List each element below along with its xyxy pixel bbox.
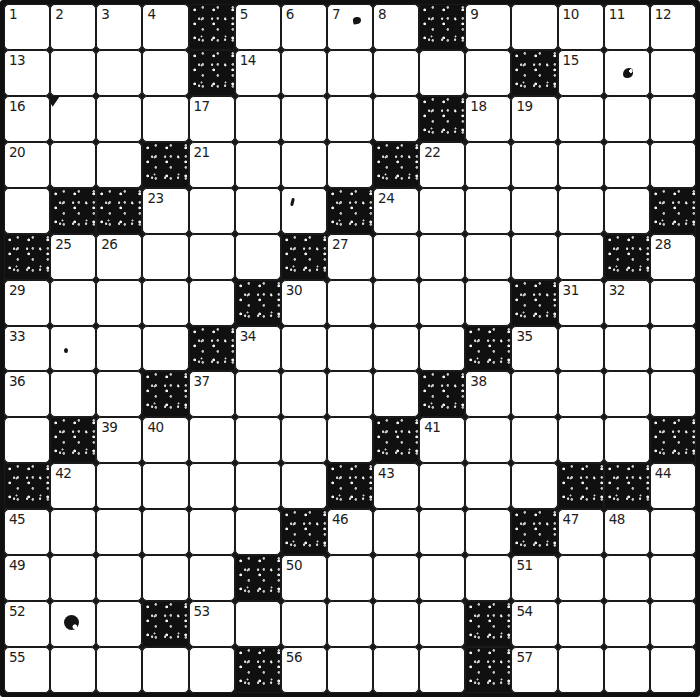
white-cell-r9c2[interactable]: [50, 371, 96, 417]
clue-number-10: 10: [563, 7, 579, 21]
white-cell-r5c11[interactable]: [465, 188, 511, 234]
white-cell-r10c3[interactable]: 39: [96, 417, 142, 463]
white-cell-r6c9[interactable]: [373, 234, 419, 280]
white-cell-r1c7[interactable]: 6: [281, 4, 327, 50]
ink-triangle-artifact: [50, 96, 60, 107]
white-cell-r4c3[interactable]: [96, 142, 142, 188]
white-cell-r6c6[interactable]: [235, 234, 281, 280]
white-cell-r8c3[interactable]: [96, 326, 142, 372]
white-cell-r2c8[interactable]: [327, 50, 373, 96]
clue-number-38: 38: [470, 374, 486, 388]
white-cell-r7c13[interactable]: 31: [558, 280, 604, 326]
white-cell-r1c3[interactable]: 3: [96, 4, 142, 50]
white-cell-r13c7[interactable]: 50: [281, 555, 327, 601]
white-cell-r15c1[interactable]: 55: [4, 647, 50, 693]
white-cell-r9c7[interactable]: [281, 371, 327, 417]
clue-number-7: 7: [332, 7, 340, 21]
white-cell-r2c13[interactable]: 15: [558, 50, 604, 96]
black-cell-r5c8: [327, 188, 373, 234]
white-cell-r7c15[interactable]: [650, 280, 696, 326]
white-cell-r4c1[interactable]: 20: [4, 142, 50, 188]
white-cell-r12c14[interactable]: 48: [604, 509, 650, 555]
white-cell-r5c9[interactable]: 24: [373, 188, 419, 234]
clue-number-45: 45: [9, 512, 25, 526]
white-cell-r13c2[interactable]: [50, 555, 96, 601]
white-cell-r10c4[interactable]: 40: [142, 417, 188, 463]
white-cell-r15c4[interactable]: [142, 647, 188, 693]
white-cell-r3c12[interactable]: 19: [511, 96, 557, 142]
clue-number-43: 43: [378, 466, 394, 480]
clue-number-50: 50: [286, 558, 302, 572]
clue-number-47: 47: [563, 512, 579, 526]
white-cell-r1c1[interactable]: 1: [4, 4, 50, 50]
black-cell-r7c6: [235, 280, 281, 326]
black-cell-r4c4: [142, 142, 188, 188]
black-cell-r6c7: [281, 234, 327, 280]
clue-number-39: 39: [101, 420, 117, 434]
white-cell-r13c11[interactable]: [465, 555, 511, 601]
white-cell-r8c9[interactable]: [373, 326, 419, 372]
white-cell-r3c9[interactable]: [373, 96, 419, 142]
white-cell-r7c8[interactable]: [327, 280, 373, 326]
white-cell-r4c5[interactable]: 21: [189, 142, 235, 188]
white-cell-r1c11[interactable]: 9: [465, 4, 511, 50]
white-cell-r6c5[interactable]: [189, 234, 235, 280]
white-cell-r7c5[interactable]: [189, 280, 235, 326]
white-cell-r13c8[interactable]: [327, 555, 373, 601]
white-cell-r1c9[interactable]: 8: [373, 4, 419, 50]
white-cell-r14c12[interactable]: 54: [511, 601, 557, 647]
black-cell-r9c4: [142, 371, 188, 417]
white-cell-r14c3[interactable]: [96, 601, 142, 647]
white-cell-r11c5[interactable]: [189, 463, 235, 509]
clue-number-32: 32: [609, 283, 625, 297]
white-cell-r1c6[interactable]: 5: [235, 4, 281, 50]
white-cell-r12c5[interactable]: [189, 509, 235, 555]
white-cell-r1c4[interactable]: 4: [142, 4, 188, 50]
white-cell-r7c7[interactable]: 30: [281, 280, 327, 326]
clue-number-15: 15: [563, 53, 579, 67]
white-cell-r5c4[interactable]: 23: [142, 188, 188, 234]
white-cell-r2c6[interactable]: 14: [235, 50, 281, 96]
white-cell-r15c13[interactable]: [558, 647, 604, 693]
white-cell-r6c12[interactable]: [511, 234, 557, 280]
white-cell-r13c13[interactable]: [558, 555, 604, 601]
white-cell-r6c11[interactable]: [465, 234, 511, 280]
clue-number-42: 42: [55, 466, 71, 480]
clue-number-14: 14: [240, 53, 256, 67]
white-cell-r12c6[interactable]: [235, 509, 281, 555]
white-cell-r7c1[interactable]: 29: [4, 280, 50, 326]
ink-tick-artifact: [290, 197, 295, 205]
black-cell-r10c15: [650, 417, 696, 463]
clue-number-34: 34: [240, 329, 256, 343]
clue-number-22: 22: [424, 145, 440, 159]
white-cell-r4c8[interactable]: [327, 142, 373, 188]
white-cell-r13c4[interactable]: [142, 555, 188, 601]
clue-number-9: 9: [470, 7, 478, 21]
white-cell-r12c4[interactable]: [142, 509, 188, 555]
white-cell-r7c4[interactable]: [142, 280, 188, 326]
clue-number-12: 12: [655, 7, 671, 21]
ink-heart-artifact: [352, 16, 361, 24]
clue-number-35: 35: [516, 329, 532, 343]
white-cell-r15c8[interactable]: [327, 647, 373, 693]
white-cell-r3c5[interactable]: 17: [189, 96, 235, 142]
black-cell-r10c9: [373, 417, 419, 463]
black-cell-r15c6: [235, 647, 281, 693]
white-cell-r9c15[interactable]: [650, 371, 696, 417]
white-cell-r10c8[interactable]: [327, 417, 373, 463]
clue-number-33: 33: [9, 329, 25, 343]
white-cell-r9c8[interactable]: [327, 371, 373, 417]
white-cell-r10c14[interactable]: [604, 417, 650, 463]
clue-number-13: 13: [9, 53, 25, 67]
white-cell-r12c11[interactable]: [465, 509, 511, 555]
white-cell-r14c6[interactable]: [235, 601, 281, 647]
white-cell-r12c9[interactable]: [373, 509, 419, 555]
white-cell-r8c10[interactable]: [419, 326, 465, 372]
white-cell-r2c4[interactable]: [142, 50, 188, 96]
black-cell-r8c11: [465, 326, 511, 372]
white-cell-r9c14[interactable]: [604, 371, 650, 417]
white-cell-r9c11[interactable]: 38: [465, 371, 511, 417]
white-cell-r9c12[interactable]: [511, 371, 557, 417]
black-cell-r3c10: [419, 96, 465, 142]
clue-number-27: 27: [332, 237, 348, 251]
white-cell-r6c10[interactable]: [419, 234, 465, 280]
black-cell-r11c14: [604, 463, 650, 509]
black-cell-r11c1: [4, 463, 50, 509]
white-cell-r4c13[interactable]: [558, 142, 604, 188]
black-cell-r11c8: [327, 463, 373, 509]
clue-number-18: 18: [470, 99, 486, 113]
white-cell-r14c1[interactable]: 52: [4, 601, 50, 647]
white-cell-r11c2[interactable]: 42: [50, 463, 96, 509]
white-cell-r12c15[interactable]: [650, 509, 696, 555]
white-cell-r6c8[interactable]: 27: [327, 234, 373, 280]
white-cell-r2c7[interactable]: [281, 50, 327, 96]
white-cell-r1c8[interactable]: 7: [327, 4, 373, 50]
clue-number-55: 55: [9, 650, 25, 664]
white-cell-r12c10[interactable]: [419, 509, 465, 555]
white-cell-r12c1[interactable]: 45: [4, 509, 50, 555]
white-cell-r5c10[interactable]: [419, 188, 465, 234]
white-cell-r3c7[interactable]: [281, 96, 327, 142]
white-cell-r1c2[interactable]: 2: [50, 4, 96, 50]
clue-number-1: 1: [9, 7, 17, 21]
clue-number-48: 48: [609, 512, 625, 526]
white-cell-r14c14[interactable]: [604, 601, 650, 647]
white-cell-r11c11[interactable]: [465, 463, 511, 509]
ink-dot-large-artifact: [64, 615, 79, 630]
white-cell-r9c3[interactable]: [96, 371, 142, 417]
clue-number-16: 16: [9, 99, 25, 113]
white-cell-r10c12[interactable]: [511, 417, 557, 463]
black-cell-r9c10: [419, 371, 465, 417]
white-cell-r2c2[interactable]: [50, 50, 96, 96]
white-cell-r12c2[interactable]: [50, 509, 96, 555]
white-cell-r11c6[interactable]: [235, 463, 281, 509]
white-cell-r2c15[interactable]: [650, 50, 696, 96]
white-cell-r13c3[interactable]: [96, 555, 142, 601]
clue-number-23: 23: [147, 191, 163, 205]
white-cell-r8c4[interactable]: [142, 326, 188, 372]
white-cell-r9c1[interactable]: 36: [4, 371, 50, 417]
clue-number-28: 28: [655, 237, 671, 251]
clue-number-19: 19: [516, 99, 532, 113]
white-cell-r2c1[interactable]: 13: [4, 50, 50, 96]
white-cell-r5c7[interactable]: [281, 188, 327, 234]
black-cell-r10c2: [50, 417, 96, 463]
crossword-page: 1234567891011121314151617181920212223242…: [0, 0, 700, 697]
white-cell-r5c12[interactable]: [511, 188, 557, 234]
white-cell-r8c14[interactable]: [604, 326, 650, 372]
clue-number-17: 17: [194, 99, 210, 113]
white-cell-r15c2[interactable]: [50, 647, 96, 693]
white-cell-r8c2[interactable]: [50, 326, 96, 372]
clue-number-20: 20: [9, 145, 25, 159]
white-cell-r11c10[interactable]: [419, 463, 465, 509]
white-cell-r12c13[interactable]: 47: [558, 509, 604, 555]
clue-number-31: 31: [563, 283, 579, 297]
white-cell-r13c10[interactable]: [419, 555, 465, 601]
clue-number-21: 21: [194, 145, 210, 159]
clue-number-5: 5: [240, 7, 248, 21]
white-cell-r15c9[interactable]: [373, 647, 419, 693]
clue-number-29: 29: [9, 283, 25, 297]
white-cell-r10c1[interactable]: [4, 417, 50, 463]
white-cell-r11c15[interactable]: 44: [650, 463, 696, 509]
white-cell-r3c4[interactable]: [142, 96, 188, 142]
black-cell-r4c9: [373, 142, 419, 188]
white-cell-r13c5[interactable]: [189, 555, 235, 601]
white-cell-r15c12[interactable]: 57: [511, 647, 557, 693]
white-cell-r14c5[interactable]: 53: [189, 601, 235, 647]
black-cell-r13c6: [235, 555, 281, 601]
white-cell-r5c14[interactable]: [604, 188, 650, 234]
white-cell-r8c1[interactable]: 33: [4, 326, 50, 372]
white-cell-r7c2[interactable]: [50, 280, 96, 326]
black-cell-r2c12: [511, 50, 557, 96]
white-cell-r15c3[interactable]: [96, 647, 142, 693]
clue-number-40: 40: [147, 420, 163, 434]
black-cell-r12c7: [281, 509, 327, 555]
white-cell-r3c6[interactable]: [235, 96, 281, 142]
white-cell-r4c11[interactable]: [465, 142, 511, 188]
white-cell-r3c15[interactable]: [650, 96, 696, 142]
white-cell-r2c10[interactable]: [419, 50, 465, 96]
black-cell-r14c11: [465, 601, 511, 647]
white-cell-r4c12[interactable]: [511, 142, 557, 188]
white-cell-r8c7[interactable]: [281, 326, 327, 372]
white-cell-r9c5[interactable]: 37: [189, 371, 235, 417]
white-cell-r10c13[interactable]: [558, 417, 604, 463]
white-cell-r3c3[interactable]: [96, 96, 142, 142]
black-cell-r5c3: [96, 188, 142, 234]
white-cell-r14c9[interactable]: [373, 601, 419, 647]
white-cell-r2c3[interactable]: [96, 50, 142, 96]
white-cell-r8c12[interactable]: 35: [511, 326, 557, 372]
white-cell-r11c3[interactable]: [96, 463, 142, 509]
white-cell-r7c11[interactable]: [465, 280, 511, 326]
clue-number-24: 24: [378, 191, 394, 205]
white-cell-r4c10[interactable]: 22: [419, 142, 465, 188]
white-cell-r8c15[interactable]: [650, 326, 696, 372]
white-cell-r7c14[interactable]: 32: [604, 280, 650, 326]
white-cell-r4c2[interactable]: [50, 142, 96, 188]
white-cell-r4c7[interactable]: [281, 142, 327, 188]
white-cell-r12c8[interactable]: 46: [327, 509, 373, 555]
white-cell-r10c10[interactable]: 41: [419, 417, 465, 463]
black-cell-r15c11: [465, 647, 511, 693]
white-cell-r1c15[interactable]: 12: [650, 4, 696, 50]
clue-number-53: 53: [194, 604, 210, 618]
clue-number-4: 4: [147, 7, 155, 21]
white-cell-r7c9[interactable]: [373, 280, 419, 326]
white-cell-r2c14[interactable]: [604, 50, 650, 96]
white-cell-r8c13[interactable]: [558, 326, 604, 372]
white-cell-r11c12[interactable]: [511, 463, 557, 509]
white-cell-r11c7[interactable]: [281, 463, 327, 509]
white-cell-r2c9[interactable]: [373, 50, 419, 96]
clue-number-51: 51: [516, 558, 532, 572]
clue-number-37: 37: [194, 374, 210, 388]
white-cell-r4c6[interactable]: [235, 142, 281, 188]
clue-number-8: 8: [378, 7, 386, 21]
clue-number-3: 3: [101, 7, 109, 21]
clue-number-41: 41: [424, 420, 440, 434]
white-cell-r11c9[interactable]: 43: [373, 463, 419, 509]
clue-number-52: 52: [9, 604, 25, 618]
white-cell-r5c5[interactable]: [189, 188, 235, 234]
white-cell-r12c3[interactable]: [96, 509, 142, 555]
white-cell-r1c12[interactable]: [511, 4, 557, 50]
black-cell-r1c5: [189, 4, 235, 50]
white-cell-r5c13[interactable]: [558, 188, 604, 234]
black-cell-r5c15: [650, 188, 696, 234]
crossword-grid: 1234567891011121314151617181920212223242…: [0, 0, 700, 697]
white-cell-r6c15[interactable]: 28: [650, 234, 696, 280]
white-cell-r9c6[interactable]: [235, 371, 281, 417]
white-cell-r9c9[interactable]: [373, 371, 419, 417]
white-cell-r3c2[interactable]: [50, 96, 96, 142]
clue-number-57: 57: [516, 650, 532, 664]
white-cell-r11c4[interactable]: [142, 463, 188, 509]
white-cell-r5c6[interactable]: [235, 188, 281, 234]
black-cell-r5c2: [50, 188, 96, 234]
white-cell-r10c5[interactable]: [189, 417, 235, 463]
black-cell-r14c4: [142, 601, 188, 647]
white-cell-r14c15[interactable]: [650, 601, 696, 647]
black-cell-r12c12: [511, 509, 557, 555]
white-cell-r2c11[interactable]: [465, 50, 511, 96]
white-cell-r15c5[interactable]: [189, 647, 235, 693]
white-cell-r10c6[interactable]: [235, 417, 281, 463]
white-cell-r3c13[interactable]: [558, 96, 604, 142]
black-cell-r6c1: [4, 234, 50, 280]
white-cell-r13c9[interactable]: [373, 555, 419, 601]
black-cell-r1c10: [419, 4, 465, 50]
black-cell-r11c13: [558, 463, 604, 509]
white-cell-r3c14[interactable]: [604, 96, 650, 142]
white-cell-r13c12[interactable]: 51: [511, 555, 557, 601]
white-cell-r15c7[interactable]: 56: [281, 647, 327, 693]
white-cell-r15c14[interactable]: [604, 647, 650, 693]
white-cell-r8c8[interactable]: [327, 326, 373, 372]
white-cell-r14c7[interactable]: [281, 601, 327, 647]
white-cell-r6c4[interactable]: [142, 234, 188, 280]
clue-number-26: 26: [101, 237, 117, 251]
clue-number-56: 56: [286, 650, 302, 664]
white-cell-r13c1[interactable]: 49: [4, 555, 50, 601]
white-cell-r3c11[interactable]: 18: [465, 96, 511, 142]
clue-number-44: 44: [655, 466, 671, 480]
white-cell-r13c15[interactable]: [650, 555, 696, 601]
white-cell-r3c1[interactable]: 16: [4, 96, 50, 142]
white-cell-r14c13[interactable]: [558, 601, 604, 647]
white-cell-r15c10[interactable]: [419, 647, 465, 693]
white-cell-r4c15[interactable]: [650, 142, 696, 188]
white-cell-r6c3[interactable]: 26: [96, 234, 142, 280]
black-cell-r2c5: [189, 50, 235, 96]
white-cell-r14c8[interactable]: [327, 601, 373, 647]
white-cell-r8c6[interactable]: 34: [235, 326, 281, 372]
white-cell-r14c10[interactable]: [419, 601, 465, 647]
white-cell-r1c14[interactable]: 11: [604, 4, 650, 50]
white-cell-r10c11[interactable]: [465, 417, 511, 463]
black-cell-r7c12: [511, 280, 557, 326]
black-cell-r6c14: [604, 234, 650, 280]
white-cell-r3c8[interactable]: [327, 96, 373, 142]
white-cell-r4c14[interactable]: [604, 142, 650, 188]
clue-number-6: 6: [286, 7, 294, 21]
clue-number-46: 46: [332, 512, 348, 526]
white-cell-r14c2[interactable]: [50, 601, 96, 647]
clue-number-30: 30: [286, 283, 302, 297]
clue-number-49: 49: [9, 558, 25, 572]
clue-number-11: 11: [609, 7, 625, 21]
white-cell-r5c1[interactable]: [4, 188, 50, 234]
white-cell-r6c2[interactable]: 25: [50, 234, 96, 280]
white-cell-r15c15[interactable]: [650, 647, 696, 693]
clue-number-25: 25: [55, 237, 71, 251]
white-cell-r7c3[interactable]: [96, 280, 142, 326]
white-cell-r1c13[interactable]: 10: [558, 4, 604, 50]
white-cell-r6c13[interactable]: [558, 234, 604, 280]
white-cell-r13c14[interactable]: [604, 555, 650, 601]
clue-number-54: 54: [516, 604, 532, 618]
white-cell-r9c13[interactable]: [558, 371, 604, 417]
white-cell-r10c7[interactable]: [281, 417, 327, 463]
black-cell-r8c5: [189, 326, 235, 372]
clue-number-36: 36: [9, 374, 25, 388]
white-cell-r7c10[interactable]: [419, 280, 465, 326]
ink-splat-artifact: [623, 68, 633, 78]
ink-dot-small-artifact: [64, 348, 68, 353]
clue-number-2: 2: [55, 7, 63, 21]
